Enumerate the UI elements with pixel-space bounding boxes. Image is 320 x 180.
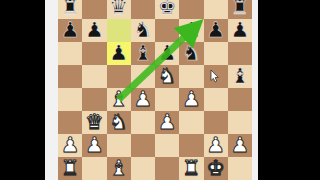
piece-white-b3: ♛: [82, 111, 106, 134]
square-b4[interactable]: [82, 88, 106, 111]
piece-white-a1: ♜: [58, 157, 82, 180]
square-h5[interactable]: ♝: [228, 65, 252, 88]
square-d4[interactable]: ♟: [131, 88, 155, 111]
piece-white-f4: ♟: [179, 88, 203, 111]
square-a7[interactable]: ♟: [58, 19, 82, 42]
square-h1[interactable]: [228, 157, 252, 180]
square-e3[interactable]: ♟: [155, 111, 179, 134]
square-b8[interactable]: [82, 0, 106, 19]
square-b5[interactable]: [82, 65, 106, 88]
square-a5[interactable]: [58, 65, 82, 88]
piece-black-e8: ♚: [155, 0, 179, 19]
square-e6[interactable]: ♟: [155, 42, 179, 65]
square-b3[interactable]: ♛: [82, 111, 106, 134]
square-d2[interactable]: [131, 134, 155, 157]
piece-black-a7: ♟: [58, 19, 82, 42]
square-a2[interactable]: ♟: [58, 134, 82, 157]
square-h4[interactable]: [228, 88, 252, 111]
letterbox-right: [258, 0, 320, 180]
piece-black-b7: ♟: [82, 19, 106, 42]
square-g5[interactable]: [204, 65, 228, 88]
chess-board[interactable]: ♜♛♚♜♟♟♞♟♟♟♟♝♟♞♞♝♝♟♟♛♞♟♟♟♟♟♜♝♜♚: [58, 0, 252, 180]
square-b6[interactable]: [82, 42, 106, 65]
piece-white-c1: ♝: [107, 157, 131, 180]
square-h8[interactable]: ♜: [228, 0, 252, 19]
square-c5[interactable]: [107, 65, 131, 88]
square-f1[interactable]: ♜: [179, 157, 203, 180]
square-b1[interactable]: [82, 157, 106, 180]
square-g2[interactable]: ♟: [204, 134, 228, 157]
square-h2[interactable]: ♟: [228, 134, 252, 157]
piece-white-d4: ♟: [131, 88, 155, 111]
piece-white-f1: ♜: [179, 157, 203, 180]
square-h6[interactable]: [228, 42, 252, 65]
square-e5[interactable]: ♞: [155, 65, 179, 88]
piece-white-b2: ♟: [82, 134, 106, 157]
piece-white-e5: ♞: [155, 65, 179, 88]
square-a4[interactable]: [58, 88, 82, 111]
square-e8[interactable]: ♚: [155, 0, 179, 19]
piece-black-f7: ♟: [179, 19, 203, 42]
piece-black-c6: ♟: [107, 42, 131, 65]
square-c6[interactable]: ♟: [107, 42, 131, 65]
square-e4[interactable]: [155, 88, 179, 111]
square-f4[interactable]: ♟: [179, 88, 203, 111]
piece-white-a2: ♟: [58, 134, 82, 157]
square-d8[interactable]: [131, 0, 155, 19]
square-e2[interactable]: [155, 134, 179, 157]
square-f5[interactable]: [179, 65, 203, 88]
square-f3[interactable]: [179, 111, 203, 134]
square-g1[interactable]: ♚: [204, 157, 228, 180]
piece-white-h2: ♟: [228, 134, 252, 157]
piece-black-a8: ♜: [58, 0, 82, 19]
video-frame: ♜♛♚♜♟♟♞♟♟♟♟♝♟♞♞♝♝♟♟♛♞♟♟♟♟♟♜♝♜♚: [0, 0, 320, 180]
piece-white-g1: ♚: [204, 157, 228, 180]
piece-black-e6: ♟: [155, 42, 179, 65]
square-c1[interactable]: ♝: [107, 157, 131, 180]
piece-white-c4: ♝: [107, 88, 131, 111]
square-d6[interactable]: ♝: [131, 42, 155, 65]
square-d7[interactable]: ♞: [131, 19, 155, 42]
piece-black-d7: ♞: [131, 19, 155, 42]
square-b2[interactable]: ♟: [82, 134, 106, 157]
square-a1[interactable]: ♜: [58, 157, 82, 180]
square-g6[interactable]: [204, 42, 228, 65]
square-f2[interactable]: [179, 134, 203, 157]
square-c4[interactable]: ♝: [107, 88, 131, 111]
piece-black-f6: ♞: [179, 42, 203, 65]
square-g8[interactable]: [204, 0, 228, 19]
piece-black-h5: ♝: [228, 65, 252, 88]
square-d1[interactable]: [131, 157, 155, 180]
square-f7[interactable]: ♟: [179, 19, 203, 42]
square-h7[interactable]: ♟: [228, 19, 252, 42]
square-c7[interactable]: [107, 19, 131, 42]
square-g3[interactable]: [204, 111, 228, 134]
piece-black-h8: ♜: [228, 0, 252, 19]
square-c2[interactable]: [107, 134, 131, 157]
square-a6[interactable]: [58, 42, 82, 65]
square-d3[interactable]: [131, 111, 155, 134]
square-g4[interactable]: [204, 88, 228, 111]
square-e7[interactable]: [155, 19, 179, 42]
piece-white-g2: ♟: [204, 134, 228, 157]
piece-black-c8: ♛: [107, 0, 131, 19]
square-h3[interactable]: [228, 111, 252, 134]
piece-black-h7: ♟: [228, 19, 252, 42]
letterbox-left: [0, 0, 45, 180]
square-a8[interactable]: ♜: [58, 0, 82, 19]
square-e1[interactable]: [155, 157, 179, 180]
square-c3[interactable]: ♞: [107, 111, 131, 134]
square-c8[interactable]: ♛: [107, 0, 131, 19]
square-g7[interactable]: ♟: [204, 19, 228, 42]
piece-white-e3: ♟: [155, 111, 179, 134]
piece-black-d6: ♝: [131, 42, 155, 65]
square-b7[interactable]: ♟: [82, 19, 106, 42]
piece-white-c3: ♞: [107, 111, 131, 134]
square-f8[interactable]: [179, 0, 203, 19]
square-a3[interactable]: [58, 111, 82, 134]
piece-black-g7: ♟: [204, 19, 228, 42]
square-f6[interactable]: ♞: [179, 42, 203, 65]
square-d5[interactable]: [131, 65, 155, 88]
